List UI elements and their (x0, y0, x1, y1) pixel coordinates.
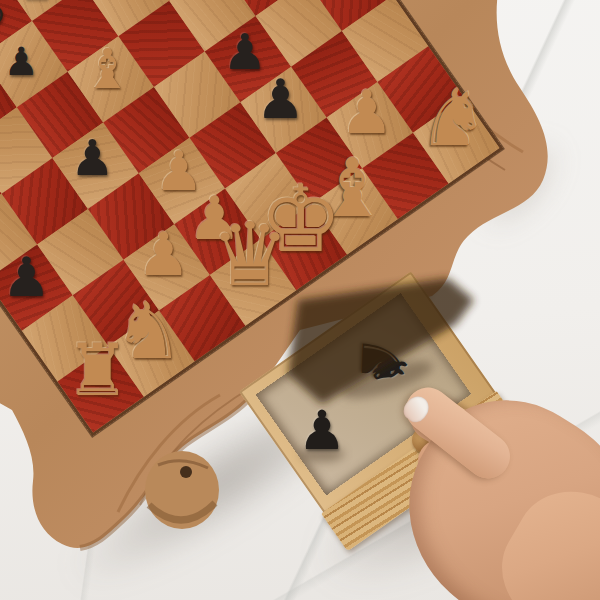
chess-piece-black-pawn[interactable]: ♟ (4, 43, 39, 82)
chess-piece-white-queen[interactable]: ♛ (211, 213, 290, 301)
chess-piece-black-rook[interactable]: ♜ (20, 0, 53, 5)
chess-piece-white-pawn[interactable]: ♟ (137, 225, 191, 285)
board-pieces-layer: ♚♜♟♝♟♟♟♟♟♟♟♟♜♞♛♚♝♞ (0, 0, 600, 600)
chess-piece-black-pawn[interactable]: ♟ (70, 134, 114, 183)
chess-piece-white-knight[interactable]: ♞ (418, 79, 489, 158)
chess-piece-white-bishop[interactable]: ♝ (83, 42, 132, 97)
scene: ♞ ♟ ♚♜♟♝♟♟♟♟♟♟♟♟♜♞♛♚♝♞ (0, 0, 600, 600)
chess-piece-black-pawn[interactable]: ♟ (256, 73, 305, 128)
chess-piece-black-king[interactable]: ♚ (0, 0, 7, 41)
chess-piece-black-pawn[interactable]: ♟ (2, 251, 51, 306)
chess-piece-white-rook[interactable]: ♜ (65, 335, 129, 407)
chess-piece-white-pawn[interactable]: ♟ (340, 83, 394, 143)
